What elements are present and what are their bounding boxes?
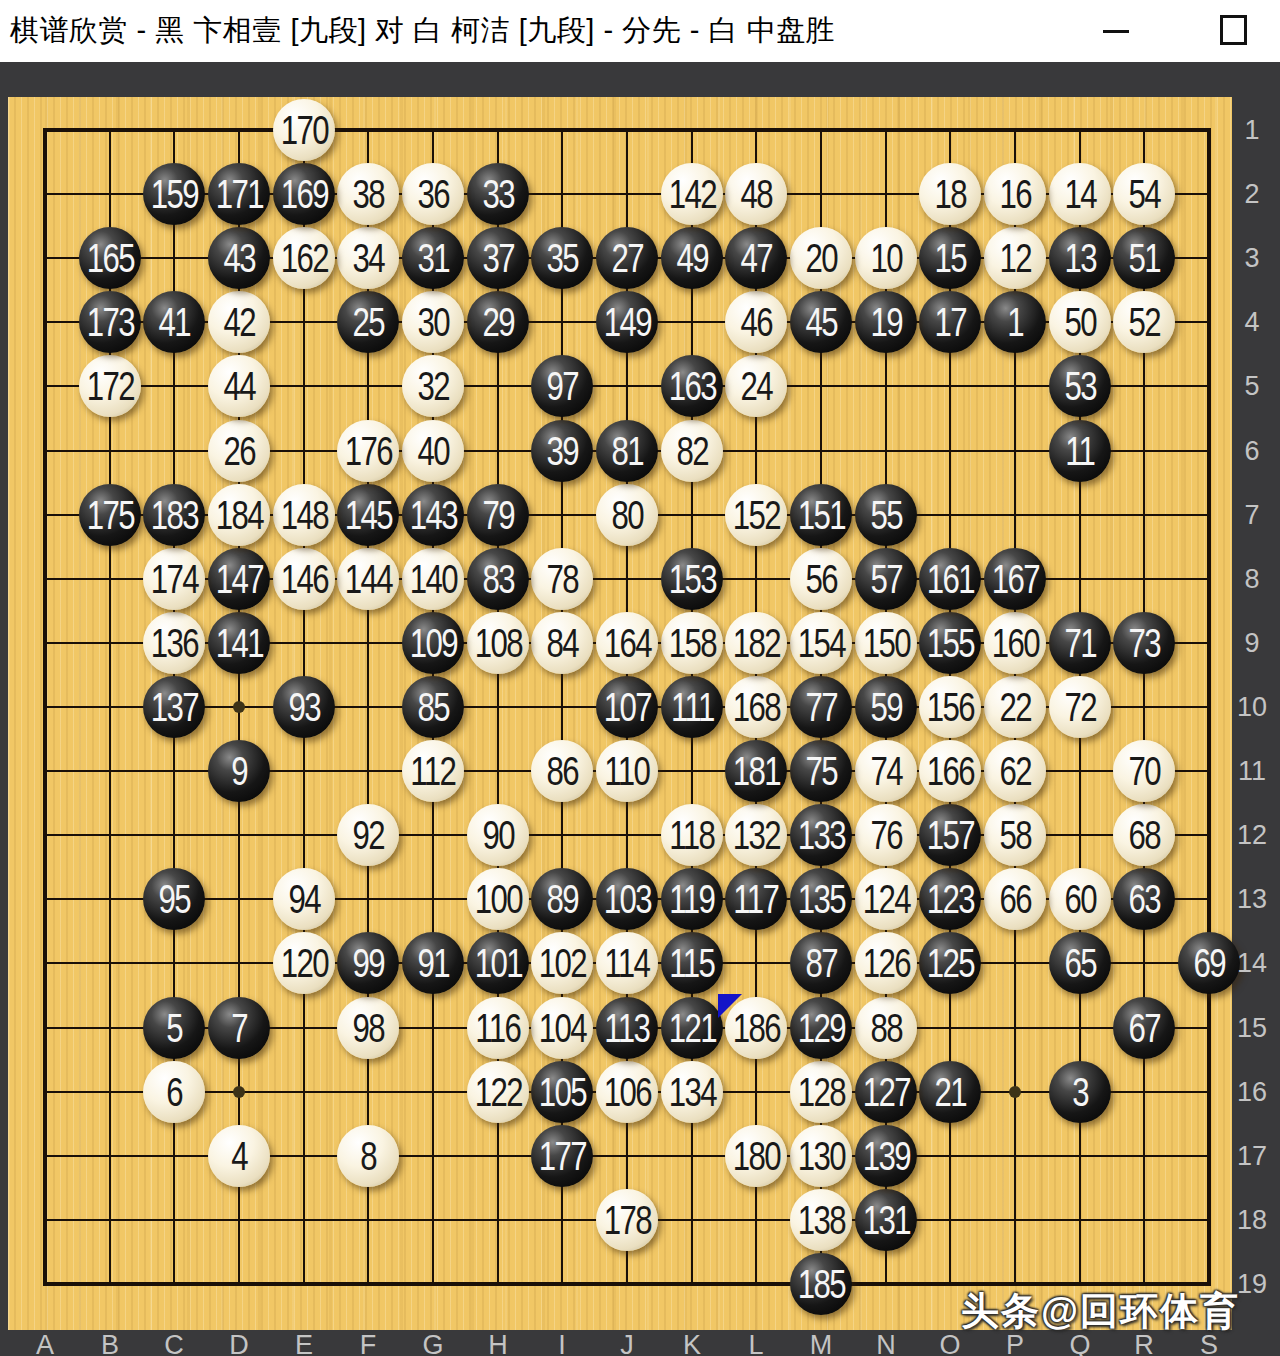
stone-black-167: 167 <box>984 548 1046 610</box>
move-number: 151 <box>797 495 844 535</box>
stone-black-7: 7 <box>208 997 270 1059</box>
stone-white-54: 54 <box>1113 163 1175 225</box>
stone-white-22: 22 <box>984 676 1046 738</box>
stone-black-33: 33 <box>467 163 529 225</box>
stone-black-169: 169 <box>273 163 335 225</box>
move-number: 156 <box>926 687 973 727</box>
row-label-6: 6 <box>1230 436 1274 467</box>
move-number: 56 <box>805 559 837 599</box>
stone-black-97: 97 <box>531 355 593 417</box>
move-number: 87 <box>805 943 837 983</box>
move-number: 44 <box>223 366 255 406</box>
stone-white-20: 20 <box>790 227 852 289</box>
stone-white-158: 158 <box>661 612 723 674</box>
star-point <box>233 701 245 713</box>
col-label-A: A <box>23 1330 67 1356</box>
move-number: 177 <box>538 1136 585 1176</box>
move-number: 153 <box>668 559 715 599</box>
stone-black-163: 163 <box>661 355 723 417</box>
move-number: 135 <box>797 879 844 919</box>
move-number: 116 <box>475 1008 520 1048</box>
move-number: 26 <box>223 431 255 471</box>
stone-black-123: 123 <box>919 868 981 930</box>
stone-white-182: 182 <box>725 612 787 674</box>
stone-black-1: 1 <box>984 291 1046 353</box>
stone-white-74: 74 <box>855 740 917 802</box>
stone-black-49: 49 <box>661 227 723 289</box>
row-label-16: 16 <box>1230 1077 1274 1108</box>
move-number: 90 <box>482 815 514 855</box>
stone-black-131: 131 <box>855 1189 917 1251</box>
move-number: 70 <box>1128 751 1160 791</box>
move-number: 109 <box>409 623 456 663</box>
stone-black-27: 27 <box>596 227 658 289</box>
stone-black-87: 87 <box>790 932 852 994</box>
move-number: 84 <box>546 623 578 663</box>
move-number: 120 <box>280 943 327 983</box>
stone-black-41: 41 <box>143 291 205 353</box>
stone-white-24: 24 <box>725 355 787 417</box>
stone-white-50: 50 <box>1049 291 1111 353</box>
stone-black-101: 101 <box>467 932 529 994</box>
stone-black-19: 19 <box>855 291 917 353</box>
stone-black-143: 143 <box>402 484 464 546</box>
stone-white-58: 58 <box>984 804 1046 866</box>
stone-white-170: 170 <box>273 99 335 161</box>
row-label-15: 15 <box>1230 1013 1274 1044</box>
stone-black-35: 35 <box>531 227 593 289</box>
col-label-G: G <box>411 1330 455 1356</box>
move-number: 186 <box>732 1008 779 1048</box>
stone-black-15: 15 <box>919 227 981 289</box>
move-number: 76 <box>870 815 902 855</box>
stone-black-119: 119 <box>661 868 723 930</box>
stone-black-95: 95 <box>143 868 205 930</box>
move-number: 124 <box>862 879 909 919</box>
stone-black-63: 63 <box>1113 868 1175 930</box>
move-number: 174 <box>150 559 197 599</box>
move-number: 144 <box>344 559 391 599</box>
move-number: 159 <box>150 174 197 214</box>
move-number: 97 <box>546 366 578 406</box>
move-number: 94 <box>288 879 320 919</box>
stone-white-152: 152 <box>725 484 787 546</box>
stone-white-186: 186 <box>725 997 787 1059</box>
stone-white-16: 16 <box>984 163 1046 225</box>
move-number: 45 <box>805 302 837 342</box>
move-number: 29 <box>482 302 514 342</box>
stone-white-56: 56 <box>790 548 852 610</box>
move-number: 165 <box>86 238 133 278</box>
move-number: 6 <box>166 1072 182 1112</box>
move-number: 66 <box>999 879 1031 919</box>
move-number: 83 <box>482 559 514 599</box>
move-number: 139 <box>862 1136 909 1176</box>
move-number: 147 <box>215 559 262 599</box>
row-label-18: 18 <box>1230 1205 1274 1236</box>
move-number: 35 <box>546 238 578 278</box>
stone-white-114: 114 <box>596 932 658 994</box>
col-label-N: N <box>864 1330 908 1356</box>
move-number: 72 <box>1064 687 1096 727</box>
stone-black-13: 13 <box>1049 227 1111 289</box>
move-number: 33 <box>482 174 514 214</box>
move-number: 168 <box>732 687 779 727</box>
row-label-9: 9 <box>1230 628 1274 659</box>
move-number: 161 <box>926 559 973 599</box>
stone-black-175: 175 <box>79 484 141 546</box>
stone-white-106: 106 <box>596 1061 658 1123</box>
stone-white-112: 112 <box>402 740 464 802</box>
stone-black-9: 9 <box>208 740 270 802</box>
move-number: 150 <box>862 623 909 663</box>
move-number: 180 <box>732 1136 779 1176</box>
move-number: 57 <box>870 559 902 599</box>
watermark: 头条@回环体育 <box>961 1286 1240 1337</box>
move-number: 11 <box>1065 431 1094 471</box>
stone-black-99: 99 <box>337 932 399 994</box>
stone-black-165: 165 <box>79 227 141 289</box>
stone-black-117: 117 <box>725 868 787 930</box>
row-label-10: 10 <box>1230 692 1274 723</box>
move-number: 125 <box>926 943 973 983</box>
stone-white-116: 116 <box>467 997 529 1059</box>
stone-black-153: 153 <box>661 548 723 610</box>
move-number: 16 <box>999 174 1031 214</box>
move-number: 158 <box>668 623 715 663</box>
move-number: 3 <box>1072 1072 1088 1112</box>
stone-white-154: 154 <box>790 612 852 674</box>
move-number: 67 <box>1128 1008 1160 1048</box>
stone-white-140: 140 <box>402 548 464 610</box>
row-label-14: 14 <box>1230 948 1274 979</box>
move-number: 138 <box>797 1200 844 1240</box>
move-number: 142 <box>668 174 715 214</box>
stone-white-134: 134 <box>661 1061 723 1123</box>
move-number: 114 <box>604 943 649 983</box>
move-number: 32 <box>417 366 449 406</box>
stone-white-66: 66 <box>984 868 1046 930</box>
move-number: 152 <box>732 495 779 535</box>
move-number: 5 <box>166 1008 182 1048</box>
maximize-button[interactable] <box>1220 15 1247 45</box>
stone-white-68: 68 <box>1113 804 1175 866</box>
stone-white-142: 142 <box>661 163 723 225</box>
stone-white-6: 6 <box>143 1061 205 1123</box>
move-number: 143 <box>409 495 456 535</box>
move-number: 78 <box>546 559 578 599</box>
move-number: 52 <box>1128 302 1160 342</box>
move-number: 163 <box>668 366 715 406</box>
col-label-F: F <box>346 1330 390 1356</box>
move-number: 141 <box>215 623 262 663</box>
stone-white-128: 128 <box>790 1061 852 1123</box>
move-number: 119 <box>669 879 714 919</box>
move-number: 42 <box>223 302 255 342</box>
move-number: 39 <box>546 431 578 471</box>
stone-black-157: 157 <box>919 804 981 866</box>
stone-white-132: 132 <box>725 804 787 866</box>
move-number: 134 <box>668 1072 715 1112</box>
stone-white-32: 32 <box>402 355 464 417</box>
stone-black-71: 71 <box>1049 612 1111 674</box>
move-number: 4 <box>231 1136 247 1176</box>
window-titlebar: 棋谱欣赏 - 黑 卞相壹 [九段] 对 白 柯洁 [九段] - 分先 - 白 中… <box>0 0 1280 62</box>
move-number: 63 <box>1128 879 1160 919</box>
move-number: 86 <box>546 751 578 791</box>
move-number: 107 <box>603 687 650 727</box>
stone-white-78: 78 <box>531 548 593 610</box>
move-number: 113 <box>604 1008 649 1048</box>
move-number: 162 <box>280 238 327 278</box>
stone-white-174: 174 <box>143 548 205 610</box>
move-number: 99 <box>352 943 384 983</box>
move-number: 117 <box>733 879 778 919</box>
stone-white-178: 178 <box>596 1189 658 1251</box>
move-number: 91 <box>417 943 449 983</box>
move-number: 146 <box>280 559 327 599</box>
col-label-K: K <box>670 1330 714 1356</box>
move-number: 110 <box>604 751 649 791</box>
stone-black-81: 81 <box>596 420 658 482</box>
move-number: 127 <box>862 1072 909 1112</box>
move-number: 172 <box>86 366 133 406</box>
move-number: 106 <box>603 1072 650 1112</box>
star-point <box>233 1086 245 1098</box>
stone-white-172: 172 <box>79 355 141 417</box>
stone-white-166: 166 <box>919 740 981 802</box>
stone-white-44: 44 <box>208 355 270 417</box>
move-number: 137 <box>150 687 197 727</box>
stone-white-84: 84 <box>531 612 593 674</box>
col-label-D: D <box>217 1330 261 1356</box>
move-number: 89 <box>546 879 578 919</box>
move-number: 53 <box>1064 366 1096 406</box>
row-label-4: 4 <box>1230 307 1274 338</box>
stone-white-122: 122 <box>467 1061 529 1123</box>
move-number: 68 <box>1128 815 1160 855</box>
move-number: 154 <box>797 623 844 663</box>
move-number: 18 <box>934 174 966 214</box>
col-label-C: C <box>152 1330 196 1356</box>
stone-black-129: 129 <box>790 997 852 1059</box>
move-number: 62 <box>999 751 1031 791</box>
stone-black-37: 37 <box>467 227 529 289</box>
go-board[interactable]: 1345678910111213141516171819202122242526… <box>8 97 1232 1330</box>
stone-black-29: 29 <box>467 291 529 353</box>
move-number: 157 <box>926 815 973 855</box>
stone-black-183: 183 <box>143 484 205 546</box>
stone-white-80: 80 <box>596 484 658 546</box>
move-number: 92 <box>352 815 384 855</box>
stone-white-110: 110 <box>596 740 658 802</box>
stone-white-150: 150 <box>855 612 917 674</box>
col-label-H: H <box>476 1330 520 1356</box>
move-number: 55 <box>870 495 902 535</box>
move-number: 129 <box>797 1008 844 1048</box>
move-number: 8 <box>360 1136 376 1176</box>
stone-black-171: 171 <box>208 163 270 225</box>
stone-white-90: 90 <box>467 804 529 866</box>
move-number: 10 <box>870 238 902 278</box>
move-number: 176 <box>344 431 391 471</box>
stone-white-72: 72 <box>1049 676 1111 738</box>
grid-line-vertical <box>1207 128 1211 1286</box>
move-number: 93 <box>288 687 320 727</box>
minimize-button[interactable] <box>1103 30 1129 33</box>
row-label-1: 1 <box>1230 115 1274 146</box>
move-number: 15 <box>934 238 966 278</box>
stone-black-151: 151 <box>790 484 852 546</box>
stone-black-17: 17 <box>919 291 981 353</box>
stone-black-181: 181 <box>725 740 787 802</box>
stone-white-104: 104 <box>531 997 593 1059</box>
move-number: 43 <box>223 238 255 278</box>
stone-black-159: 159 <box>143 163 205 225</box>
stone-black-155: 155 <box>919 612 981 674</box>
stone-black-149: 149 <box>596 291 658 353</box>
stone-black-83: 83 <box>467 548 529 610</box>
stone-black-137: 137 <box>143 676 205 738</box>
move-number: 98 <box>352 1008 384 1048</box>
stone-black-105: 105 <box>531 1061 593 1123</box>
star-point <box>1009 1086 1021 1098</box>
stone-black-57: 57 <box>855 548 917 610</box>
stone-black-93: 93 <box>273 676 335 738</box>
col-label-E: E <box>282 1330 326 1356</box>
row-label-2: 2 <box>1230 179 1274 210</box>
stone-white-8: 8 <box>337 1125 399 1187</box>
stone-white-40: 40 <box>402 420 464 482</box>
move-number: 73 <box>1128 623 1160 663</box>
stone-white-126: 126 <box>855 932 917 994</box>
stone-white-42: 42 <box>208 291 270 353</box>
row-label-17: 17 <box>1230 1141 1274 1172</box>
stone-white-10: 10 <box>855 227 917 289</box>
col-label-L: L <box>734 1330 778 1356</box>
move-number: 25 <box>352 302 384 342</box>
stone-black-85: 85 <box>402 676 464 738</box>
move-number: 14 <box>1064 174 1096 214</box>
stone-white-36: 36 <box>402 163 464 225</box>
stone-white-136: 136 <box>143 612 205 674</box>
col-label-B: B <box>88 1330 132 1356</box>
move-number: 59 <box>870 687 902 727</box>
stone-white-70: 70 <box>1113 740 1175 802</box>
stone-black-53: 53 <box>1049 355 1111 417</box>
stone-white-98: 98 <box>337 997 399 1059</box>
move-number: 40 <box>417 431 449 471</box>
stone-white-100: 100 <box>467 868 529 930</box>
move-number: 81 <box>611 431 643 471</box>
move-number: 82 <box>676 431 708 471</box>
move-number: 123 <box>926 879 973 919</box>
stone-black-11: 11 <box>1049 420 1111 482</box>
move-number: 58 <box>999 815 1031 855</box>
move-number: 111 <box>671 687 714 727</box>
move-number: 22 <box>999 687 1031 727</box>
stone-white-160: 160 <box>984 612 1046 674</box>
move-number: 21 <box>934 1072 966 1112</box>
stone-black-177: 177 <box>531 1125 593 1187</box>
stone-black-141: 141 <box>208 612 270 674</box>
move-number: 112 <box>410 751 455 791</box>
stone-black-47: 47 <box>725 227 787 289</box>
row-label-13: 13 <box>1230 884 1274 915</box>
stone-black-147: 147 <box>208 548 270 610</box>
stone-white-184: 184 <box>208 484 270 546</box>
stone-black-133: 133 <box>790 804 852 866</box>
stone-white-164: 164 <box>596 612 658 674</box>
stone-white-144: 144 <box>337 548 399 610</box>
stone-white-18: 18 <box>919 163 981 225</box>
stone-black-65: 65 <box>1049 932 1111 994</box>
row-label-12: 12 <box>1230 820 1274 851</box>
stone-white-102: 102 <box>531 932 593 994</box>
move-number: 185 <box>797 1264 844 1304</box>
move-number: 175 <box>86 495 133 535</box>
stone-white-92: 92 <box>337 804 399 866</box>
move-number: 100 <box>474 879 521 919</box>
move-number: 24 <box>740 366 772 406</box>
move-number: 17 <box>934 302 966 342</box>
stone-black-31: 31 <box>402 227 464 289</box>
move-number: 160 <box>991 623 1038 663</box>
move-number: 51 <box>1128 238 1160 278</box>
stone-black-73: 73 <box>1113 612 1175 674</box>
move-number: 178 <box>603 1200 650 1240</box>
move-number: 75 <box>805 751 837 791</box>
move-number: 9 <box>231 751 247 791</box>
move-number: 49 <box>676 238 708 278</box>
move-number: 132 <box>732 815 779 855</box>
stone-white-156: 156 <box>919 676 981 738</box>
move-number: 19 <box>870 302 902 342</box>
stone-black-77: 77 <box>790 676 852 738</box>
move-number: 136 <box>150 623 197 663</box>
move-number: 101 <box>474 943 521 983</box>
stone-white-4: 4 <box>208 1125 270 1187</box>
stone-white-148: 148 <box>273 484 335 546</box>
stone-black-55: 55 <box>855 484 917 546</box>
stone-black-113: 113 <box>596 997 658 1059</box>
move-number: 182 <box>732 623 779 663</box>
stone-white-118: 118 <box>661 804 723 866</box>
move-number: 80 <box>611 495 643 535</box>
stone-white-138: 138 <box>790 1189 852 1251</box>
move-number: 95 <box>158 879 190 919</box>
stone-black-43: 43 <box>208 227 270 289</box>
stone-black-103: 103 <box>596 868 658 930</box>
stone-white-48: 48 <box>725 163 787 225</box>
move-number: 103 <box>603 879 650 919</box>
move-number: 102 <box>538 943 585 983</box>
stone-black-111: 111 <box>661 676 723 738</box>
stone-white-30: 30 <box>402 291 464 353</box>
move-number: 115 <box>669 943 714 983</box>
stone-black-107: 107 <box>596 676 658 738</box>
stone-black-127: 127 <box>855 1061 917 1123</box>
move-number: 126 <box>862 943 909 983</box>
move-number: 36 <box>417 174 449 214</box>
row-label-11: 11 <box>1230 756 1274 787</box>
stone-black-39: 39 <box>531 420 593 482</box>
stone-black-51: 51 <box>1113 227 1175 289</box>
move-number: 54 <box>1128 174 1160 214</box>
move-number: 88 <box>870 1008 902 1048</box>
stone-white-94: 94 <box>273 868 335 930</box>
stone-white-88: 88 <box>855 997 917 1059</box>
